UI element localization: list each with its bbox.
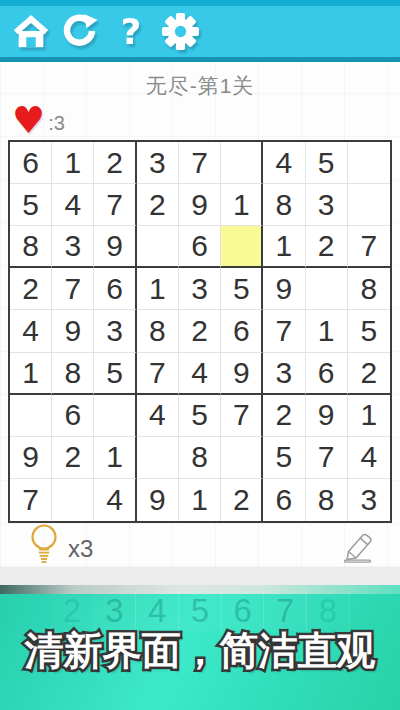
cell-r1c5[interactable]: 7: [179, 142, 221, 184]
cell-r8c3[interactable]: 1: [94, 437, 136, 479]
cell-r5c8[interactable]: 1: [306, 310, 348, 352]
cell-r2c5[interactable]: 9: [179, 184, 221, 226]
cell-r3c5[interactable]: 6: [179, 226, 221, 268]
screenshot-bottom-strip: [0, 567, 400, 585]
header-divider: [0, 57, 400, 62]
cell-r6c8[interactable]: 6: [306, 353, 348, 395]
cell-r9c7[interactable]: 6: [263, 479, 305, 521]
home-button[interactable]: [11, 13, 51, 51]
cell-r3c8[interactable]: 2: [306, 226, 348, 268]
cell-r8c1[interactable]: 9: [10, 437, 52, 479]
cell-r7c9[interactable]: 1: [348, 395, 390, 437]
cell-r2c2[interactable]: 4: [52, 184, 94, 226]
cell-r3c3[interactable]: 9: [94, 226, 136, 268]
cell-r2c9[interactable]: [348, 184, 390, 226]
cell-r1c7[interactable]: 4: [263, 142, 305, 184]
cell-r3c1[interactable]: 8: [10, 226, 52, 268]
cell-r1c8[interactable]: 5: [306, 142, 348, 184]
cell-r2c1[interactable]: 5: [10, 184, 52, 226]
lives-indicator: ♥ :3: [12, 104, 65, 138]
lives-count: :3: [48, 112, 65, 135]
hint-count: x3: [68, 535, 93, 563]
cell-r1c6[interactable]: [221, 142, 263, 184]
cell-r5c6[interactable]: 6: [221, 310, 263, 352]
cell-r5c9[interactable]: 5: [348, 310, 390, 352]
cell-r5c1[interactable]: 4: [10, 310, 52, 352]
heart-icon: ♥: [12, 104, 45, 138]
cell-r4c2[interactable]: 7: [52, 268, 94, 310]
cell-r4c6[interactable]: 5: [221, 268, 263, 310]
cell-r2c3[interactable]: 7: [94, 184, 136, 226]
cell-r7c8[interactable]: 9: [306, 395, 348, 437]
gear-icon: [160, 11, 201, 52]
lightbulb-icon: [28, 524, 60, 567]
cell-r9c3[interactable]: 4: [94, 479, 136, 521]
cell-r1c2[interactable]: 1: [52, 142, 94, 184]
banner-caption: 清新界面，简洁直观: [0, 624, 400, 678]
cell-r8c6[interactable]: [221, 437, 263, 479]
sudoku-grid: 6123745547291838396127276135984938267151…: [8, 140, 392, 523]
cell-r8c8[interactable]: 7: [306, 437, 348, 479]
cell-r6c7[interactable]: 3: [263, 353, 305, 395]
cell-r7c2[interactable]: 6: [52, 395, 94, 437]
restart-icon: [61, 13, 98, 50]
cell-r7c4[interactable]: 4: [137, 395, 179, 437]
question-mark-icon: ?: [121, 13, 142, 51]
cell-r6c9[interactable]: 2: [348, 353, 390, 395]
cell-r6c2[interactable]: 8: [52, 353, 94, 395]
cell-r5c7[interactable]: 7: [263, 310, 305, 352]
pencil-icon: [340, 526, 376, 563]
cell-r4c8[interactable]: [306, 268, 348, 310]
app-screenshot: ? 无尽-第1关 ♥ :3 61237455472918383961272761…: [0, 0, 400, 710]
cell-r2c6[interactable]: 1: [221, 184, 263, 226]
cell-r7c7[interactable]: 2: [263, 395, 305, 437]
cell-r9c5[interactable]: 1: [179, 479, 221, 521]
cell-r9c2[interactable]: [52, 479, 94, 521]
cell-r8c9[interactable]: 4: [348, 437, 390, 479]
cell-r1c3[interactable]: 2: [94, 142, 136, 184]
cell-r4c3[interactable]: 6: [94, 268, 136, 310]
cell-r9c1[interactable]: 7: [10, 479, 52, 521]
cell-r6c4[interactable]: 7: [137, 353, 179, 395]
cell-r1c4[interactable]: 3: [137, 142, 179, 184]
cell-r5c2[interactable]: 9: [52, 310, 94, 352]
cell-r3c9[interactable]: 7: [348, 226, 390, 268]
cell-r4c5[interactable]: 3: [179, 268, 221, 310]
cell-r7c1[interactable]: [10, 395, 52, 437]
marketing-banner: 2345678 清新界面，简洁直观: [0, 594, 400, 710]
level-title: 无尽-第1关: [0, 72, 400, 100]
cell-r3c6[interactable]: [221, 226, 263, 268]
cell-r8c4[interactable]: [137, 437, 179, 479]
cell-r8c2[interactable]: 2: [52, 437, 94, 479]
pencil-button[interactable]: [340, 526, 376, 567]
cell-r4c1[interactable]: 2: [10, 268, 52, 310]
cell-r3c2[interactable]: 3: [52, 226, 94, 268]
cell-r2c7[interactable]: 8: [263, 184, 305, 226]
cell-r2c8[interactable]: 3: [306, 184, 348, 226]
cell-r5c5[interactable]: 2: [179, 310, 221, 352]
cell-r3c7[interactable]: 1: [263, 226, 305, 268]
help-button[interactable]: ?: [118, 13, 144, 51]
cell-r1c1[interactable]: 6: [10, 142, 52, 184]
restart-button[interactable]: [59, 13, 99, 51]
cell-r9c6[interactable]: 2: [221, 479, 263, 521]
cell-r7c3[interactable]: [94, 395, 136, 437]
settings-button[interactable]: [159, 13, 201, 51]
header-bar: ?: [0, 6, 400, 57]
cell-r5c4[interactable]: 8: [137, 310, 179, 352]
cell-r9c8[interactable]: 8: [306, 479, 348, 521]
cell-r4c9[interactable]: 8: [348, 268, 390, 310]
cell-r6c5[interactable]: 4: [179, 353, 221, 395]
cell-r7c5[interactable]: 5: [179, 395, 221, 437]
cell-r6c1[interactable]: 1: [10, 353, 52, 395]
cell-r4c7[interactable]: 9: [263, 268, 305, 310]
hint-button[interactable]: x3: [28, 524, 93, 567]
cell-r9c4[interactable]: 9: [137, 479, 179, 521]
cell-r4c4[interactable]: 1: [137, 268, 179, 310]
cell-r6c3[interactable]: 5: [94, 353, 136, 395]
cell-r3c4[interactable]: [137, 226, 179, 268]
cell-r8c5[interactable]: 8: [179, 437, 221, 479]
cell-r2c4[interactable]: 2: [137, 184, 179, 226]
cell-r6c6[interactable]: 9: [221, 353, 263, 395]
cell-r1c9[interactable]: [348, 142, 390, 184]
cell-r9c9[interactable]: 3: [348, 479, 390, 521]
cell-r5c3[interactable]: 3: [94, 310, 136, 352]
home-icon: [12, 13, 50, 51]
cell-r7c6[interactable]: 7: [221, 395, 263, 437]
cell-r8c7[interactable]: 5: [263, 437, 305, 479]
